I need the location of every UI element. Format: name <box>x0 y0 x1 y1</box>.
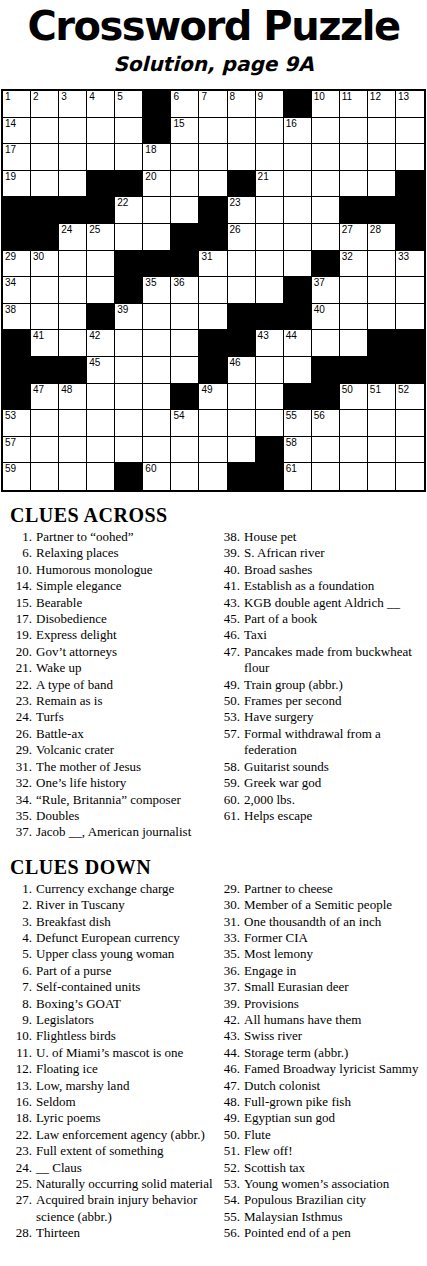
grid-cell[interactable] <box>87 384 115 411</box>
grid-cell[interactable]: 40 <box>312 304 340 331</box>
grid-cell[interactable] <box>171 357 199 384</box>
grid-cell[interactable] <box>171 304 199 331</box>
grid-cell[interactable]: 23 <box>228 197 256 224</box>
clue-number: 57. <box>218 726 240 759</box>
clue-number: 53. <box>218 1176 240 1192</box>
grid-cell[interactable]: 18 <box>143 144 171 171</box>
grid-cell[interactable]: 19 <box>3 171 31 198</box>
grid-cell[interactable] <box>396 304 424 331</box>
clue-item: 49.Egyptian sun god <box>218 1110 425 1126</box>
cell-number: 26 <box>230 224 241 236</box>
grid-cell[interactable]: 16 <box>284 118 312 145</box>
clue-number: 59. <box>218 775 240 791</box>
grid-cell[interactable] <box>228 144 256 171</box>
grid-cell[interactable] <box>396 277 424 304</box>
grid-cell[interactable]: 29 <box>3 251 31 278</box>
clue-text: Former CIA <box>240 930 308 946</box>
clue-item: 19.Express delight <box>10 627 218 643</box>
clue-item: 46.Taxi <box>218 627 425 643</box>
grid-cell[interactable] <box>199 277 227 304</box>
grid-cell[interactable] <box>87 251 115 278</box>
black-cell <box>256 463 284 490</box>
clue-number: 31. <box>218 914 240 930</box>
clue-number: 38. <box>218 529 240 545</box>
clue-item: 8.Boxing’s GOAT <box>10 996 218 1012</box>
grid-cell[interactable]: 31 <box>199 251 227 278</box>
grid-cell[interactable]: 36 <box>171 277 199 304</box>
cell-number: 51 <box>370 384 381 396</box>
grid-cell[interactable] <box>199 463 227 490</box>
clue-item: 43.Swiss river <box>218 1028 425 1044</box>
grid-cell[interactable]: 43 <box>256 330 284 357</box>
clue-text: Low, marshy land <box>32 1078 129 1094</box>
grid-cell[interactable] <box>199 171 227 198</box>
grid-cell[interactable]: 14 <box>3 118 31 145</box>
grid-cell[interactable] <box>199 144 227 171</box>
grid-cell[interactable] <box>199 304 227 331</box>
clue-text: Remain as is <box>32 693 102 709</box>
grid-cell[interactable]: 7 <box>199 91 227 118</box>
grid-cell[interactable] <box>199 410 227 437</box>
clue-item: 20.Gov’t attorneys <box>10 644 218 660</box>
grid-cell[interactable] <box>340 410 368 437</box>
clue-item: 6.Part of a purse <box>10 963 218 979</box>
grid-cell[interactable]: 53 <box>3 410 31 437</box>
grid-cell[interactable] <box>143 304 171 331</box>
grid-cell[interactable]: 56 <box>312 410 340 437</box>
grid-cell[interactable] <box>228 251 256 278</box>
grid-cell[interactable] <box>115 224 143 251</box>
black-cell <box>340 357 368 384</box>
clue-item: 23.Remain as is <box>10 693 218 709</box>
grid-cell[interactable] <box>284 224 312 251</box>
black-cell <box>228 330 256 357</box>
cell-number: 38 <box>5 304 16 316</box>
grid-cell[interactable] <box>312 171 340 198</box>
clue-text: Famed Broadway lyricist Sammy <box>240 1061 418 1077</box>
clue-text: The mother of Jesus <box>32 759 141 775</box>
grid-cell[interactable] <box>396 437 424 464</box>
grid-cell[interactable] <box>87 277 115 304</box>
grid-cell[interactable] <box>312 463 340 490</box>
grid-cell[interactable] <box>340 171 368 198</box>
cell-number: 60 <box>145 463 156 475</box>
clue-item: 18.Lyric poems <box>10 1110 218 1126</box>
clue-item: 59.Greek war god <box>218 775 425 791</box>
grid-cell[interactable] <box>368 463 396 490</box>
grid-cell[interactable] <box>115 118 143 145</box>
clue-text: Small Eurasian deer <box>240 979 349 995</box>
clue-number: 4. <box>10 930 32 946</box>
grid-cell[interactable]: 15 <box>171 118 199 145</box>
clue-text: Bearable <box>32 595 82 611</box>
grid-cell[interactable]: 3 <box>59 91 87 118</box>
clue-text: Acquired brain injury behavior science (… <box>32 1192 218 1225</box>
grid-cell[interactable]: 20 <box>143 171 171 198</box>
grid-cell[interactable] <box>284 357 312 384</box>
grid-cell[interactable] <box>228 277 256 304</box>
grid-cell[interactable]: 5 <box>115 91 143 118</box>
grid-cell[interactable] <box>340 144 368 171</box>
grid-cell[interactable] <box>31 277 59 304</box>
clue-number: 14. <box>10 578 32 594</box>
clue-number: 1. <box>10 881 32 897</box>
grid-cell[interactable] <box>228 384 256 411</box>
cell-number: 5 <box>117 91 123 103</box>
black-cell <box>3 357 31 384</box>
grid-cell[interactable] <box>143 384 171 411</box>
clue-number: 35. <box>10 808 32 824</box>
clue-item: 9.Legislators <box>10 1012 218 1028</box>
grid-cell[interactable] <box>115 330 143 357</box>
grid-cell[interactable]: 2 <box>31 91 59 118</box>
black-cell <box>396 330 424 357</box>
grid-cell[interactable]: 38 <box>3 304 31 331</box>
clue-number: 23. <box>10 1143 32 1159</box>
clue-item: 16.Seldom <box>10 1094 218 1110</box>
cell-number: 43 <box>258 330 269 342</box>
clue-item: 36.Engage in <box>218 963 425 979</box>
grid-cell[interactable] <box>368 437 396 464</box>
clue-item: 35.Doubles <box>10 808 218 824</box>
black-cell <box>199 330 227 357</box>
grid-cell[interactable] <box>59 330 87 357</box>
grid-cell[interactable]: 44 <box>284 330 312 357</box>
clue-text: Formal withdrawal from a federation <box>240 726 425 759</box>
clue-item: 52.Scottish tax <box>218 1160 425 1176</box>
grid-cell[interactable] <box>368 171 396 198</box>
grid-cell[interactable]: 13 <box>396 91 424 118</box>
grid-cell[interactable] <box>171 463 199 490</box>
black-cell <box>59 357 87 384</box>
grid-cell[interactable] <box>368 144 396 171</box>
grid-cell[interactable]: 8 <box>228 91 256 118</box>
clue-number: 35. <box>218 946 240 962</box>
cell-number: 54 <box>173 410 184 422</box>
grid-cell[interactable]: 26 <box>228 224 256 251</box>
grid-cell[interactable]: 1 <box>3 91 31 118</box>
clue-item: 41.Establish as a foundation <box>218 578 425 594</box>
clue-number: 9. <box>10 1012 32 1028</box>
grid-cell[interactable]: 48 <box>59 384 87 411</box>
grid-cell[interactable] <box>143 437 171 464</box>
grid-cell[interactable] <box>59 171 87 198</box>
grid-cell[interactable]: 39 <box>115 304 143 331</box>
grid-cell[interactable] <box>256 118 284 145</box>
black-cell <box>3 197 31 224</box>
grid-cell[interactable]: 49 <box>199 384 227 411</box>
clue-text: Floating ice <box>32 1061 98 1077</box>
clue-item: 45.Part of a book <box>218 611 425 627</box>
clue-text: Part of a book <box>240 611 317 627</box>
black-cell <box>115 277 143 304</box>
grid-cell[interactable] <box>312 224 340 251</box>
grid-cell[interactable]: 4 <box>87 91 115 118</box>
grid-cell[interactable] <box>171 144 199 171</box>
grid-cell[interactable]: 51 <box>368 384 396 411</box>
grid-cell[interactable]: 47 <box>31 384 59 411</box>
grid-cell[interactable]: 37 <box>312 277 340 304</box>
grid-cell[interactable]: 54 <box>171 410 199 437</box>
clue-number: 45. <box>218 611 240 627</box>
grid-cell[interactable] <box>396 118 424 145</box>
grid-cell[interactable]: 55 <box>284 410 312 437</box>
grid-cell[interactable] <box>396 463 424 490</box>
black-cell <box>228 171 256 198</box>
grid-cell[interactable]: 60 <box>143 463 171 490</box>
grid-cell[interactable] <box>340 463 368 490</box>
grid-cell[interactable]: 41 <box>31 330 59 357</box>
black-cell <box>396 197 424 224</box>
grid-cell[interactable] <box>87 463 115 490</box>
grid-cell[interactable] <box>256 384 284 411</box>
clue-number: 8. <box>10 996 32 1012</box>
grid-cell[interactable] <box>368 410 396 437</box>
grid-cell[interactable] <box>59 118 87 145</box>
grid-cell[interactable] <box>115 357 143 384</box>
clue-item: 50.Flute <box>218 1127 425 1143</box>
grid-cell[interactable] <box>143 410 171 437</box>
clues-across-heading: CLUES ACROSS <box>10 503 425 527</box>
grid-cell[interactable]: 10 <box>312 91 340 118</box>
grid-cell[interactable]: 22 <box>115 197 143 224</box>
clue-item: 21.Wake up <box>10 660 218 676</box>
grid-cell[interactable]: 50 <box>340 384 368 411</box>
clue-item: 53.Have surgery <box>218 709 425 725</box>
grid-cell[interactable] <box>340 118 368 145</box>
grid-cell[interactable] <box>284 144 312 171</box>
grid-cell[interactable]: 27 <box>340 224 368 251</box>
grid-cell[interactable] <box>171 330 199 357</box>
grid-cell[interactable] <box>284 171 312 198</box>
clue-text: House pet <box>240 529 296 545</box>
grid-cell[interactable] <box>171 171 199 198</box>
grid-cell[interactable] <box>59 304 87 331</box>
grid-cell[interactable] <box>59 277 87 304</box>
clue-item: 4.Defunct European currency <box>10 930 218 946</box>
grid-cell[interactable]: 24 <box>59 224 87 251</box>
cell-number: 22 <box>117 197 128 209</box>
black-cell <box>3 330 31 357</box>
grid-cell[interactable] <box>256 197 284 224</box>
grid-cell[interactable] <box>199 118 227 145</box>
grid-cell[interactable] <box>59 437 87 464</box>
clue-text: Seldom <box>32 1094 76 1110</box>
clue-number: 40. <box>218 562 240 578</box>
grid-cell[interactable] <box>312 197 340 224</box>
grid-cell[interactable]: 11 <box>340 91 368 118</box>
grid-cell[interactable]: 33 <box>396 251 424 278</box>
cell-number: 18 <box>145 144 156 156</box>
grid-cell[interactable] <box>87 410 115 437</box>
grid-cell[interactable] <box>228 118 256 145</box>
grid-cell[interactable] <box>368 304 396 331</box>
grid-cell[interactable]: 61 <box>284 463 312 490</box>
grid-cell[interactable] <box>368 118 396 145</box>
grid-cell[interactable] <box>256 357 284 384</box>
grid-cell[interactable] <box>87 437 115 464</box>
grid-cell[interactable] <box>115 437 143 464</box>
grid-cell[interactable] <box>87 144 115 171</box>
cell-number: 56 <box>314 410 325 422</box>
clue-text: Guitarist sounds <box>240 759 329 775</box>
cell-number: 19 <box>5 171 16 183</box>
grid-cell[interactable] <box>228 410 256 437</box>
grid-cell[interactable] <box>31 437 59 464</box>
clue-number: 22. <box>10 1127 32 1143</box>
clue-number: 60. <box>218 792 240 808</box>
grid-cell[interactable] <box>171 437 199 464</box>
cell-number: 33 <box>398 251 409 263</box>
clue-number: 30. <box>218 897 240 913</box>
clue-number: 6. <box>10 963 32 979</box>
grid-cell[interactable]: 52 <box>396 384 424 411</box>
grid-cell[interactable]: 9 <box>256 91 284 118</box>
clues-across-columns: 1.Partner to “oohed”6.Relaxing places10.… <box>10 529 425 841</box>
grid-cell[interactable] <box>340 437 368 464</box>
grid-cell[interactable] <box>396 144 424 171</box>
grid-cell[interactable]: 59 <box>3 463 31 490</box>
clue-item: 29.Partner to cheese <box>218 881 425 897</box>
clue-item: 60.2,000 lbs. <box>218 792 425 808</box>
grid-cell[interactable] <box>340 277 368 304</box>
grid-cell[interactable] <box>284 197 312 224</box>
grid-cell[interactable] <box>340 304 368 331</box>
grid-cell[interactable] <box>340 330 368 357</box>
grid-cell[interactable]: 32 <box>340 251 368 278</box>
clue-text: Flute <box>240 1127 271 1143</box>
black-cell <box>31 197 59 224</box>
clue-item: 26.Battle-ax <box>10 726 218 742</box>
grid-cell[interactable] <box>312 144 340 171</box>
grid-cell[interactable] <box>256 251 284 278</box>
grid-cell[interactable] <box>171 197 199 224</box>
black-cell <box>143 251 171 278</box>
grid-cell[interactable] <box>31 171 59 198</box>
grid-cell[interactable] <box>59 410 87 437</box>
clue-item: 10.Flightless birds <box>10 1028 218 1044</box>
clue-item: 38.House pet <box>218 529 425 545</box>
clue-item: 47.Pancakes made from buckwheat flour <box>218 644 425 677</box>
grid-cell[interactable] <box>284 251 312 278</box>
clue-text: River in Tuscany <box>32 897 125 913</box>
grid-cell[interactable] <box>31 463 59 490</box>
black-cell <box>396 357 424 384</box>
grid-cell[interactable]: 30 <box>31 251 59 278</box>
grid-cell[interactable]: 21 <box>256 171 284 198</box>
cell-number: 11 <box>342 91 352 103</box>
grid-cell[interactable] <box>31 410 59 437</box>
grid-cell[interactable]: 35 <box>143 277 171 304</box>
grid-cell[interactable] <box>31 118 59 145</box>
grid-cell[interactable] <box>396 410 424 437</box>
grid-cell[interactable] <box>312 118 340 145</box>
clue-number: 16. <box>10 1094 32 1110</box>
grid-cell[interactable]: 28 <box>368 224 396 251</box>
grid-cell[interactable] <box>59 463 87 490</box>
grid-cell[interactable] <box>199 437 227 464</box>
grid-cell[interactable] <box>256 144 284 171</box>
grid-cell[interactable] <box>143 224 171 251</box>
black-cell <box>228 463 256 490</box>
clue-number: 18. <box>10 1110 32 1126</box>
clue-text: Law enforcement agency (abbr.) <box>32 1127 205 1143</box>
clue-number: 13. <box>10 1078 32 1094</box>
grid-cell[interactable] <box>228 437 256 464</box>
grid-cell[interactable]: 12 <box>368 91 396 118</box>
grid-cell[interactable] <box>31 304 59 331</box>
grid-cell[interactable]: 25 <box>87 224 115 251</box>
grid-cell[interactable] <box>31 144 59 171</box>
grid-cell[interactable] <box>143 197 171 224</box>
grid-cell[interactable]: 34 <box>3 277 31 304</box>
cell-number: 46 <box>230 357 241 369</box>
page-title: Crossword Puzzle <box>0 2 427 50</box>
cell-number: 55 <box>286 410 297 422</box>
grid-cell[interactable]: 58 <box>284 437 312 464</box>
black-cell <box>143 91 171 118</box>
grid-cell[interactable] <box>59 144 87 171</box>
grid-cell[interactable]: 57 <box>3 437 31 464</box>
grid-cell[interactable]: 42 <box>87 330 115 357</box>
cell-number: 35 <box>145 277 156 289</box>
grid-cell[interactable] <box>143 357 171 384</box>
cell-number: 20 <box>145 171 156 183</box>
grid-cell[interactable] <box>256 410 284 437</box>
clue-text: Jacob __, American journalist <box>32 824 191 840</box>
cell-number: 40 <box>314 304 325 316</box>
clue-number: 26. <box>10 726 32 742</box>
black-cell <box>171 251 199 278</box>
black-cell <box>87 304 115 331</box>
grid-cell[interactable] <box>115 384 143 411</box>
clue-text: Lyric poems <box>32 1110 101 1126</box>
black-cell <box>199 197 227 224</box>
cell-number: 44 <box>286 330 297 342</box>
clue-number: 49. <box>218 1110 240 1126</box>
grid-cell[interactable] <box>256 224 284 251</box>
clue-text: Swiss river <box>240 1028 302 1044</box>
grid-cell[interactable]: 46 <box>228 357 256 384</box>
clue-text: “Rule, Britannia” composer <box>32 792 181 808</box>
grid-cell[interactable] <box>115 144 143 171</box>
grid-cell[interactable] <box>368 251 396 278</box>
clue-text: Member of a Semitic people <box>240 897 392 913</box>
grid-cell[interactable] <box>368 277 396 304</box>
cell-number: 45 <box>89 357 100 369</box>
clue-text: Defunct European currency <box>32 930 180 946</box>
clue-number: 12. <box>10 1061 32 1077</box>
clue-text: One’s life history <box>32 775 126 791</box>
grid-cell[interactable] <box>256 277 284 304</box>
grid-cell[interactable] <box>312 330 340 357</box>
grid-cell[interactable] <box>115 410 143 437</box>
cell-number: 3 <box>61 91 67 103</box>
grid-cell[interactable] <box>143 330 171 357</box>
grid-cell[interactable]: 17 <box>3 144 31 171</box>
clue-number: 1. <box>10 529 32 545</box>
grid-cell[interactable] <box>312 437 340 464</box>
grid-cell[interactable] <box>87 118 115 145</box>
clue-number: 49. <box>218 677 240 693</box>
cell-number: 17 <box>5 144 16 156</box>
clue-number: 37. <box>10 824 32 840</box>
grid-cell[interactable] <box>59 251 87 278</box>
grid-cell[interactable]: 45 <box>87 357 115 384</box>
clue-text: Turfs <box>32 709 64 725</box>
grid-cell[interactable]: 6 <box>171 91 199 118</box>
cell-number: 4 <box>89 91 95 103</box>
